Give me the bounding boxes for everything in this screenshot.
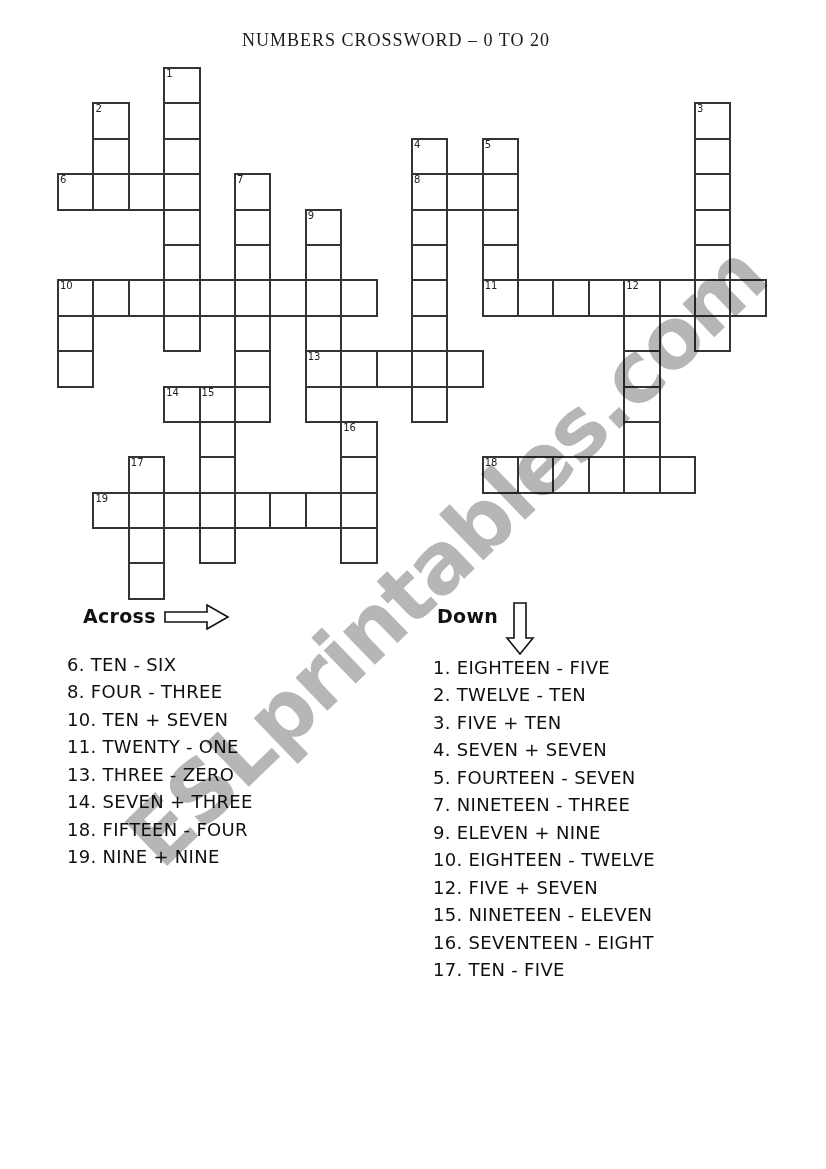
across-header: Across	[83, 605, 156, 627]
grid-cell[interactable]: 12	[624, 280, 659, 315]
grid-cell[interactable]	[624, 316, 659, 351]
grid-cell[interactable]	[270, 280, 305, 315]
down-arrow-icon	[505, 602, 535, 656]
grid-cell[interactable]	[730, 280, 765, 315]
grid-cell[interactable]: 1	[164, 68, 199, 103]
grid-cell[interactable]	[129, 563, 164, 598]
clue-line: 1. EIGHTEEN - FIVE	[433, 654, 655, 681]
grid-cell[interactable]: 11	[483, 280, 518, 315]
grid-cell[interactable]: 16	[341, 422, 376, 457]
page-title: NUMBERS CROSSWORD – 0 TO 20	[0, 30, 792, 51]
clue-number: 3	[697, 103, 703, 115]
clue-line: 2. TWELVE - TEN	[433, 681, 655, 708]
grid-cell[interactable]	[341, 493, 376, 528]
grid-cell[interactable]	[58, 316, 93, 351]
grid-cell[interactable]	[164, 139, 199, 174]
grid-cell[interactable]: 4	[412, 139, 447, 174]
grid-cell[interactable]	[93, 139, 128, 174]
grid-cell[interactable]	[200, 457, 235, 492]
clue-line: 10. TEN + SEVEN	[67, 706, 253, 733]
grid-cell[interactable]	[483, 210, 518, 245]
clue-number: 7	[237, 174, 243, 186]
clue-number: 10	[60, 280, 73, 292]
grid-cell[interactable]	[624, 387, 659, 422]
grid-cell[interactable]	[306, 280, 341, 315]
grid-cell[interactable]	[412, 280, 447, 315]
grid-cell[interactable]	[377, 351, 412, 386]
grid-cell[interactable]	[164, 245, 199, 280]
grid-cell[interactable]: 10	[58, 280, 93, 315]
grid-cell[interactable]	[93, 280, 128, 315]
clue-number: 5	[485, 139, 491, 151]
grid-cell[interactable]: 7	[235, 174, 270, 209]
clue-number: 4	[414, 139, 420, 151]
clue-number: 1	[166, 68, 172, 80]
clue-number: 15	[202, 387, 215, 399]
clue-line: 12. FIVE + SEVEN	[433, 874, 655, 901]
grid-cell[interactable]	[412, 245, 447, 280]
grid-cell[interactable]	[483, 245, 518, 280]
grid-cell[interactable]	[695, 174, 730, 209]
grid-cell[interactable]	[341, 351, 376, 386]
grid-cell[interactable]	[341, 528, 376, 563]
grid-cell[interactable]	[200, 422, 235, 457]
grid-cell[interactable]	[660, 280, 695, 315]
grid-cell[interactable]: 5	[483, 139, 518, 174]
grid-cell[interactable]	[235, 351, 270, 386]
grid-cell[interactable]: 17	[129, 457, 164, 492]
grid-cell[interactable]: 3	[695, 103, 730, 138]
grid-cell[interactable]	[164, 103, 199, 138]
grid-cell[interactable]	[129, 280, 164, 315]
clue-line: 4. SEVEN + SEVEN	[433, 736, 655, 763]
grid-cell[interactable]	[164, 493, 199, 528]
grid-cell[interactable]	[341, 280, 376, 315]
clue-line: 19. NINE + NINE	[67, 843, 253, 870]
clue-line: 11. TWENTY - ONE	[67, 733, 253, 760]
clue-line: 6. TEN - SIX	[67, 651, 253, 678]
clue-line: 3. FIVE + TEN	[433, 709, 655, 736]
grid-cell[interactable]	[624, 422, 659, 457]
clue-line: 7. NINETEEN - THREE	[433, 791, 655, 818]
clue-number: 9	[308, 210, 314, 222]
grid-cell[interactable]: 14	[164, 387, 199, 422]
grid-cell[interactable]	[341, 457, 376, 492]
grid-cell[interactable]	[235, 387, 270, 422]
clue-line: 13. THREE - ZERO	[67, 761, 253, 788]
grid-cell[interactable]	[58, 351, 93, 386]
clue-number: 14	[166, 387, 179, 399]
grid-cell[interactable]	[129, 493, 164, 528]
clue-number: 16	[343, 422, 356, 434]
grid-cell[interactable]	[306, 316, 341, 351]
grid-cell[interactable]: 15	[200, 387, 235, 422]
grid-cell[interactable]	[695, 210, 730, 245]
grid-cell[interactable]	[695, 139, 730, 174]
grid-cell[interactable]	[589, 457, 624, 492]
grid-cell[interactable]	[235, 316, 270, 351]
grid-cell[interactable]	[235, 493, 270, 528]
grid-cell[interactable]: 9	[306, 210, 341, 245]
grid-cell[interactable]	[164, 316, 199, 351]
grid-cell[interactable]	[660, 457, 695, 492]
clue-line: 8. FOUR - THREE	[67, 678, 253, 705]
down-clue-list: 1. EIGHTEEN - FIVE2. TWELVE - TEN3. FIVE…	[433, 654, 655, 983]
grid-cell[interactable]	[164, 174, 199, 209]
clue-number: 6	[60, 174, 66, 186]
clue-line: 17. TEN - FIVE	[433, 956, 655, 983]
clue-line: 5. FOURTEEN - SEVEN	[433, 764, 655, 791]
grid-cell[interactable]	[447, 174, 482, 209]
grid-cell[interactable]: 2	[93, 103, 128, 138]
clue-number: 13	[308, 351, 321, 363]
grid-cell[interactable]	[200, 528, 235, 563]
clue-number: 2	[95, 103, 101, 115]
grid-cell[interactable]	[589, 280, 624, 315]
grid-cell[interactable]	[624, 457, 659, 492]
grid-cell[interactable]: 8	[412, 174, 447, 209]
grid-cell[interactable]	[306, 387, 341, 422]
clue-number: 18	[485, 457, 498, 469]
grid-cell[interactable]	[164, 210, 199, 245]
clue-line: 10. EIGHTEEN - TWELVE	[433, 846, 655, 873]
grid-cell[interactable]	[518, 457, 553, 492]
grid-cell[interactable]	[306, 493, 341, 528]
grid-cell[interactable]: 13	[306, 351, 341, 386]
grid-cell[interactable]	[695, 280, 730, 315]
right-arrow-icon	[164, 604, 230, 630]
grid-cell[interactable]: 19	[93, 493, 128, 528]
grid-cell[interactable]	[235, 245, 270, 280]
crossword-grid: 12345678910111213141516171819	[58, 68, 766, 599]
grid-cell[interactable]	[553, 457, 588, 492]
grid-cell[interactable]	[412, 351, 447, 386]
grid-cell[interactable]	[412, 387, 447, 422]
grid-cell[interactable]: 18	[483, 457, 518, 492]
clue-number: 12	[626, 280, 639, 292]
down-header: Down	[437, 605, 498, 627]
grid-cell[interactable]	[412, 210, 447, 245]
grid-cell[interactable]	[93, 174, 128, 209]
clue-number: 11	[485, 280, 498, 292]
grid-cell[interactable]	[447, 351, 482, 386]
clue-number: 8	[414, 174, 420, 186]
grid-cell[interactable]	[235, 210, 270, 245]
clue-line: 18. FIFTEEN - FOUR	[67, 816, 253, 843]
grid-cell[interactable]	[695, 245, 730, 280]
across-clue-list: 6. TEN - SIX8. FOUR - THREE10. TEN + SEV…	[67, 651, 253, 871]
clue-number: 17	[131, 457, 144, 469]
grid-cell[interactable]	[235, 280, 270, 315]
grid-cell[interactable]	[200, 493, 235, 528]
grid-cell[interactable]	[129, 174, 164, 209]
grid-cell[interactable]	[164, 280, 199, 315]
grid-cell[interactable]	[624, 351, 659, 386]
grid-cell[interactable]	[412, 316, 447, 351]
clue-number: 19	[95, 493, 108, 505]
grid-cell[interactable]	[200, 280, 235, 315]
grid-cell[interactable]	[553, 280, 588, 315]
grid-cell[interactable]	[270, 493, 305, 528]
clue-line: 15. NINETEEN - ELEVEN	[433, 901, 655, 928]
grid-cell[interactable]	[483, 174, 518, 209]
grid-cell[interactable]: 6	[58, 174, 93, 209]
clue-line: 9. ELEVEN + NINE	[433, 819, 655, 846]
clue-line: 16. SEVENTEEN - EIGHT	[433, 929, 655, 956]
grid-cell[interactable]	[129, 528, 164, 563]
clue-line: 14. SEVEN + THREE	[67, 788, 253, 815]
worksheet-page: NUMBERS CROSSWORD – 0 TO 20 123456789101…	[0, 0, 826, 1169]
grid-cell[interactable]	[518, 280, 553, 315]
grid-cell[interactable]	[695, 316, 730, 351]
grid-cell[interactable]	[306, 245, 341, 280]
